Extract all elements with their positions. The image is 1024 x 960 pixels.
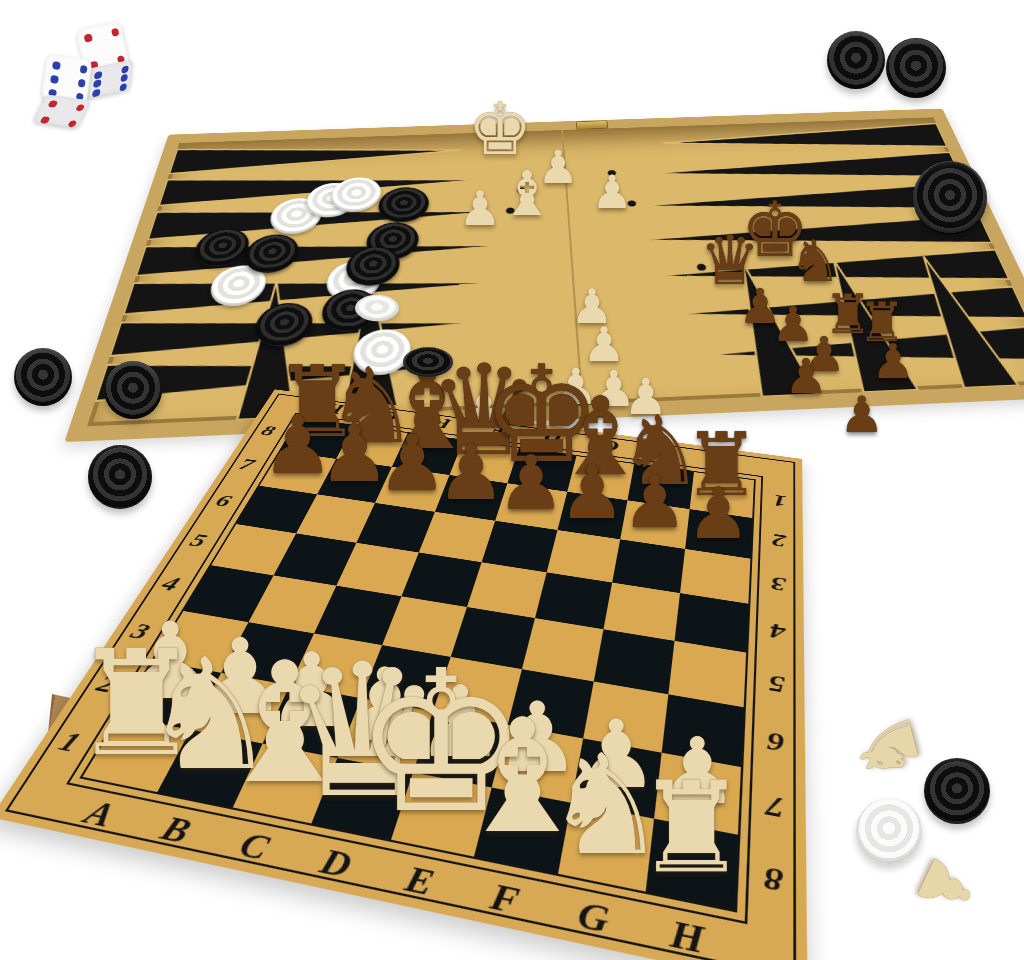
backgammon-point [631, 215, 992, 256]
file-label-A: A [77, 793, 122, 835]
fallen-chess-piece-p[interactable]: ♟ [904, 845, 989, 927]
rank-label-3: 3 [126, 617, 156, 644]
rank-label-8: 8 [764, 860, 784, 902]
rank-label-5: 5 [768, 670, 785, 700]
brass-hinge-front [562, 404, 604, 419]
die-pip [90, 61, 99, 70]
die-pip [84, 34, 93, 43]
backgammon-right-half [561, 117, 1024, 404]
die-pip [75, 104, 86, 112]
die-pip [50, 75, 58, 83]
file-label-B: B [154, 808, 197, 851]
backgammon-left-half [87, 130, 583, 426]
chess-board: ABCDEFGH ABCDEFGH 87654321 87654321 [0, 389, 808, 960]
die-pip [111, 28, 120, 37]
die-face-top [41, 53, 93, 105]
file-label-C: C [233, 824, 275, 868]
die-pip [48, 100, 59, 108]
file-label-B: B [658, 444, 678, 463]
backgammon-point [637, 183, 976, 221]
die-pip [93, 79, 101, 88]
loose-checker-white[interactable] [856, 798, 922, 864]
die-face-top [75, 20, 130, 75]
backgammon-board [64, 109, 1024, 443]
loose-checker-black[interactable] [14, 348, 72, 406]
file-label-H: H [321, 400, 347, 417]
die-pip [94, 70, 102, 79]
die-pip [120, 74, 128, 83]
file-label-E: E [400, 857, 438, 904]
rank-label-8: 8 [258, 422, 280, 439]
loose-checker-black[interactable] [88, 445, 152, 509]
backgammon-point [136, 233, 506, 276]
rank-label-6: 6 [212, 490, 236, 511]
rank-label-1: 1 [773, 491, 787, 512]
backgammon-point [733, 262, 817, 397]
file-label-E: E [486, 422, 508, 440]
die-pip [76, 93, 84, 101]
file-label-C: C [600, 437, 620, 456]
rank-label-2: 2 [91, 668, 123, 698]
die-1[interactable] [75, 20, 134, 98]
square-f1[interactable] [473, 787, 571, 874]
die-pip [92, 88, 100, 97]
rank-label-7: 7 [765, 789, 784, 826]
die-face-front [33, 94, 92, 127]
file-label-G: G [575, 892, 612, 942]
die-pip [121, 65, 129, 74]
file-label-D: D [542, 429, 564, 448]
file-label-F: F [431, 415, 454, 433]
square-g1[interactable] [558, 802, 653, 891]
file-label-H: H [668, 911, 705, 960]
die-pip [117, 55, 126, 64]
backgammon-points-right [561, 117, 1024, 404]
die-pip [78, 79, 86, 87]
loose-checker-black[interactable] [827, 31, 885, 89]
rank-label-4: 4 [769, 619, 785, 646]
board-squares [79, 417, 755, 912]
rank-label-1: 1 [53, 725, 88, 758]
fallen-chess-piece-n[interactable]: ♞ [841, 704, 934, 792]
backgammon-point [647, 152, 961, 187]
rank-label-2: 2 [772, 530, 787, 553]
die-pip [80, 65, 88, 73]
die-pip [67, 120, 78, 128]
file-label-F: F [486, 874, 523, 922]
die-pip [48, 89, 56, 97]
backgammon-point [661, 123, 947, 156]
file-label-D: D [315, 840, 357, 886]
die-pip [40, 116, 51, 124]
backgammon-point [646, 250, 1009, 294]
rank-label-7: 7 [236, 454, 259, 473]
backgammon-point [123, 269, 495, 314]
die-2[interactable] [37, 53, 92, 128]
rank-label-6: 6 [767, 726, 785, 759]
board-frame [66, 413, 763, 924]
die-pip [119, 83, 127, 92]
loose-checker-black[interactable] [886, 38, 946, 98]
die-face-front [85, 59, 133, 98]
backgammon-point [169, 140, 462, 174]
file-label-G: G [376, 408, 401, 426]
product-photo-scene: ABCDEFGH ABCDEFGH 87654321 87654321 ♚♝♟♟… [0, 0, 1024, 960]
rank-label-4: 4 [157, 571, 185, 596]
rank-label-5: 5 [186, 529, 212, 551]
die-pip [52, 61, 60, 69]
rank-label-3: 3 [771, 572, 786, 597]
file-label-A: A [717, 452, 736, 471]
brass-hinge-back [576, 120, 609, 129]
square-h1[interactable] [645, 818, 738, 910]
loose-checker-black[interactable] [924, 758, 990, 824]
